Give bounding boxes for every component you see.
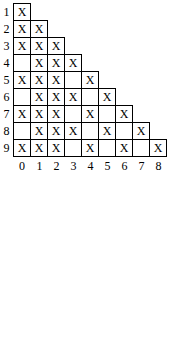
grid-cell-empty [132,139,150,157]
row-label: 1 [0,3,13,21]
grid: 1X2XX3XXX4XXX5XXXX6XXXX7XXXXX8XXXXX9XXXX… [0,3,173,157]
grid-cell-marked: X [47,88,65,106]
row-label: 4 [0,54,13,72]
grid-row: 6XXXX [0,88,173,106]
grid-cell-empty [98,105,116,123]
grid-cell-marked: X [30,37,48,55]
col-label: 3 [65,160,82,172]
col-label: 2 [48,160,65,172]
grid-cell-marked: X [30,88,48,106]
col-labels: 012345678 [13,160,173,172]
triangular-grid-figure: 1X2XX3XXX4XXX5XXXX6XXXX7XXXXX8XXXXX9XXXX… [0,0,173,172]
grid-cell-empty [13,54,31,72]
col-label: 5 [99,160,116,172]
grid-cell-empty [64,71,82,89]
col-label: 6 [116,160,133,172]
grid-cell-empty [98,139,116,157]
grid-row: 8XXXXX [0,122,173,140]
grid-row: 2XX [0,20,173,38]
grid-cell-marked: X [81,139,99,157]
grid-cell-marked: X [13,139,31,157]
row-label: 8 [0,122,13,140]
row-label: 2 [0,20,13,38]
grid-cell-empty [13,122,31,140]
grid-cell-marked: X [30,54,48,72]
col-label: 1 [31,160,48,172]
grid-cell-marked: X [47,54,65,72]
row-label: 6 [0,88,13,106]
grid-cell-marked: X [30,71,48,89]
grid-cell-marked: X [115,105,133,123]
grid-cell-marked: X [13,105,31,123]
col-label: 8 [150,160,167,172]
row-label: 5 [0,71,13,89]
grid-cell-marked: X [13,3,31,21]
row-label: 3 [0,37,13,55]
grid-row: 5XXXX [0,71,173,89]
row-label: 7 [0,105,13,123]
grid-cell-empty [81,88,99,106]
grid-cell-marked: X [64,54,82,72]
row-label: 9 [0,139,13,157]
grid-cell-marked: X [47,105,65,123]
grid-cell-marked: X [30,139,48,157]
grid-cell-marked: X [132,122,150,140]
grid-cell-marked: X [64,122,82,140]
grid-row: 7XXXXX [0,105,173,123]
grid-cell-empty [64,105,82,123]
col-label: 7 [133,160,150,172]
grid-cell-marked: X [47,71,65,89]
grid-cell-marked: X [47,122,65,140]
grid-row: 3XXX [0,37,173,55]
grid-cell-marked: X [30,105,48,123]
grid-cell-marked: X [47,139,65,157]
grid-cell-marked: X [13,37,31,55]
grid-cell-empty [64,139,82,157]
grid-cell-empty [81,122,99,140]
grid-cell-marked: X [149,139,167,157]
grid-cell-marked: X [30,122,48,140]
grid-cell-marked: X [98,88,116,106]
col-label: 4 [82,160,99,172]
col-label: 0 [13,160,31,172]
grid-cell-marked: X [81,105,99,123]
grid-cell-marked: X [81,71,99,89]
grid-row: 9XXXXXX [0,139,173,157]
grid-row: 1X [0,3,173,21]
grid-row: 4XXX [0,54,173,72]
grid-cell-empty [13,88,31,106]
grid-cell-marked: X [115,139,133,157]
grid-cell-marked: X [13,71,31,89]
grid-cell-marked: X [98,122,116,140]
grid-cell-marked: X [30,20,48,38]
grid-cell-marked: X [13,20,31,38]
grid-cell-marked: X [64,88,82,106]
grid-cell-empty [115,122,133,140]
grid-cell-marked: X [47,37,65,55]
